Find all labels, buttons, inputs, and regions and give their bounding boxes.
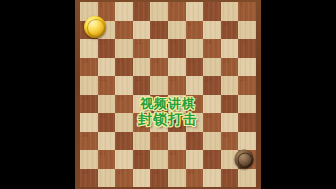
board-square-light[interactable] [133, 58, 151, 77]
board-square-17[interactable]: 17 [115, 58, 133, 77]
board-square-light[interactable] [168, 58, 186, 77]
square-number: 34 [205, 113, 211, 120]
board-square-light[interactable] [203, 132, 221, 151]
board-square-11[interactable]: 11 [98, 39, 116, 58]
board-square-light[interactable] [80, 150, 98, 169]
board-square-47[interactable]: 47 [115, 169, 133, 188]
square-number: 39 [188, 132, 194, 139]
board-square-light[interactable] [221, 39, 239, 58]
board-square-light[interactable] [115, 39, 133, 58]
board-square-light[interactable] [168, 169, 186, 188]
board-square-light[interactable] [115, 150, 133, 169]
square-number: 25 [240, 76, 246, 83]
square-number: 29 [188, 95, 194, 102]
square-number: 22 [135, 76, 141, 83]
board-square-28[interactable]: 28 [150, 95, 168, 114]
square-number: 30 [223, 95, 229, 102]
board-square-50[interactable]: 50 [221, 169, 239, 188]
square-number: 38 [152, 132, 158, 139]
square-number: 13 [170, 39, 176, 46]
board-square-18[interactable]: 18 [150, 58, 168, 77]
board-square-light[interactable] [150, 39, 168, 58]
square-number: 27 [117, 95, 123, 102]
board-square-20[interactable]: 20 [221, 58, 239, 77]
board-square-light[interactable] [150, 2, 168, 21]
board-square-41[interactable]: 41 [98, 150, 116, 169]
board-square-33[interactable]: 33 [168, 113, 186, 132]
board-square-43[interactable]: 43 [168, 150, 186, 169]
board-square-21[interactable]: 21 [98, 76, 116, 95]
board-square-light[interactable] [98, 58, 116, 77]
board-square-light[interactable] [203, 58, 221, 77]
gold-coin-man[interactable] [84, 16, 106, 38]
board-square-light[interactable] [186, 113, 204, 132]
board-square-light[interactable] [133, 132, 151, 151]
board-square-44[interactable]: 44 [203, 150, 221, 169]
board-square-4[interactable]: 4 [203, 2, 221, 21]
board-square-light[interactable] [186, 76, 204, 95]
square-number: 40 [223, 132, 229, 139]
square-number: 50 [223, 169, 229, 176]
board-square-23[interactable]: 23 [168, 76, 186, 95]
board-square-7[interactable]: 7 [115, 21, 133, 40]
board-square-light[interactable] [150, 76, 168, 95]
board-square-10[interactable]: 10 [221, 21, 239, 40]
board-square-light[interactable] [168, 21, 186, 40]
board-square-31[interactable]: 31 [98, 113, 116, 132]
board-square-light[interactable] [80, 76, 98, 95]
board-square-13[interactable]: 13 [168, 39, 186, 58]
board-square-light[interactable] [150, 150, 168, 169]
board-square-2[interactable]: 2 [133, 2, 151, 21]
board-square-light[interactable] [133, 21, 151, 40]
board-square-light[interactable] [133, 169, 151, 188]
square-number: 49 [188, 169, 194, 176]
square-number: 21 [100, 76, 106, 83]
square-number: 7 [117, 21, 120, 28]
board-square-light[interactable] [203, 169, 221, 188]
board-square-light[interactable] [115, 113, 133, 132]
board-square-30[interactable]: 30 [221, 95, 239, 114]
board-square-37[interactable]: 37 [115, 132, 133, 151]
board-square-14[interactable]: 14 [203, 39, 221, 58]
board-square-light[interactable] [115, 2, 133, 21]
square-number: 12 [135, 39, 141, 46]
board-square-light[interactable] [98, 132, 116, 151]
board-square-light[interactable] [221, 76, 239, 95]
square-number: 31 [100, 113, 106, 120]
square-number: 48 [152, 169, 158, 176]
board-square-light[interactable] [168, 132, 186, 151]
board-grid: 1234567891011121314151617181920212223242… [80, 2, 256, 187]
board-square-light[interactable] [203, 21, 221, 40]
board-square-light[interactable] [98, 169, 116, 188]
square-number: 24 [205, 76, 211, 83]
board-square-12[interactable]: 12 [133, 39, 151, 58]
square-number: 18 [152, 58, 158, 65]
board-square-light[interactable] [238, 169, 256, 188]
square-number: 2 [135, 2, 138, 9]
board-square-39[interactable]: 39 [186, 132, 204, 151]
board-square-24[interactable]: 24 [203, 76, 221, 95]
board-square-light[interactable] [203, 95, 221, 114]
board-square-9[interactable]: 9 [186, 21, 204, 40]
square-number: 23 [170, 76, 176, 83]
board-square-38[interactable]: 38 [150, 132, 168, 151]
board-square-light[interactable] [238, 132, 256, 151]
board-square-light[interactable] [168, 95, 186, 114]
board-square-27[interactable]: 27 [115, 95, 133, 114]
square-number: 19 [188, 58, 194, 65]
bronze-coin-man[interactable] [235, 150, 254, 169]
square-number: 16 [82, 58, 88, 65]
board-square-48[interactable]: 48 [150, 169, 168, 188]
square-number: 32 [135, 113, 141, 120]
board-square-light[interactable] [238, 58, 256, 77]
board-square-5[interactable]: 5 [238, 2, 256, 21]
square-number: 8 [152, 21, 155, 28]
square-number: 4 [205, 2, 208, 9]
board-square-36[interactable]: 36 [80, 132, 98, 151]
board-square-42[interactable]: 42 [133, 150, 151, 169]
board-square-light[interactable] [221, 2, 239, 21]
square-number: 10 [223, 21, 229, 28]
board-square-19[interactable]: 19 [186, 58, 204, 77]
board-square-40[interactable]: 40 [221, 132, 239, 151]
square-number: 1 [100, 2, 103, 9]
square-number: 35 [240, 113, 246, 120]
square-number: 47 [117, 169, 123, 176]
board-square-light[interactable] [186, 2, 204, 21]
square-number: 43 [170, 150, 176, 157]
board-square-light[interactable] [98, 95, 116, 114]
square-number: 11 [100, 39, 106, 46]
board-square-light[interactable] [221, 113, 239, 132]
board-square-46[interactable]: 46 [80, 169, 98, 188]
square-number: 15 [240, 39, 246, 46]
square-number: 5 [240, 2, 243, 9]
board-square-25[interactable]: 25 [238, 76, 256, 95]
square-number: 20 [223, 58, 229, 65]
board-square-8[interactable]: 8 [150, 21, 168, 40]
square-number: 36 [82, 132, 88, 139]
square-number: 3 [170, 2, 173, 9]
square-number: 41 [100, 150, 106, 157]
board-square-35[interactable]: 35 [238, 113, 256, 132]
square-number: 26 [82, 95, 88, 102]
square-number: 17 [117, 58, 123, 65]
square-number: 37 [117, 132, 123, 139]
square-number: 42 [135, 150, 141, 157]
board-square-16[interactable]: 16 [80, 58, 98, 77]
board-square-light[interactable] [80, 39, 98, 58]
board-square-22[interactable]: 22 [133, 76, 151, 95]
square-number: 44 [205, 150, 211, 157]
board-square-light[interactable] [186, 150, 204, 169]
board-square-light[interactable] [80, 113, 98, 132]
square-number: 28 [152, 95, 158, 102]
board-square-light[interactable] [150, 113, 168, 132]
square-number: 14 [205, 39, 211, 46]
board-square-26[interactable]: 26 [80, 95, 98, 114]
square-number: 46 [82, 169, 88, 176]
board-square-49[interactable]: 49 [186, 169, 204, 188]
board-square-15[interactable]: 15 [238, 39, 256, 58]
board-square-light[interactable] [115, 76, 133, 95]
square-number: 33 [170, 113, 176, 120]
video-frame: 1234567891011121314151617181920212223242… [0, 0, 336, 189]
board-square-light[interactable] [238, 21, 256, 40]
board-square-light[interactable] [238, 95, 256, 114]
board-square-light[interactable] [186, 39, 204, 58]
board-square-light[interactable] [133, 95, 151, 114]
board-square-32[interactable]: 32 [133, 113, 151, 132]
board-square-34[interactable]: 34 [203, 113, 221, 132]
board-square-3[interactable]: 3 [168, 2, 186, 21]
board-square-29[interactable]: 29 [186, 95, 204, 114]
square-number: 9 [188, 21, 191, 28]
